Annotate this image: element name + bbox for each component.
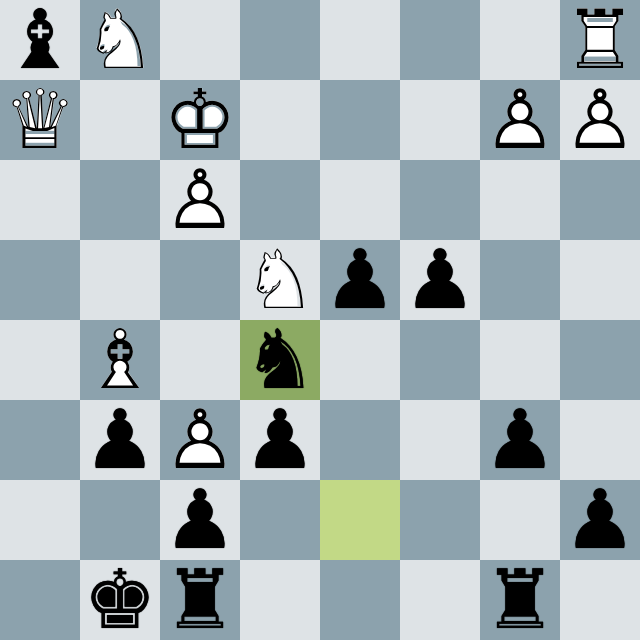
square-f1[interactable] xyxy=(160,0,240,80)
square-g8[interactable]: ♚︎ xyxy=(80,560,160,640)
square-g1[interactable]: ♞︎♘︎ xyxy=(80,0,160,80)
square-c5[interactable] xyxy=(400,320,480,400)
square-b4[interactable] xyxy=(480,240,560,320)
black-pawn-glyph: ♟︎ xyxy=(400,240,480,320)
square-g6[interactable]: ♟︎ xyxy=(80,400,160,480)
white-pawn-glyph-outline: ♙︎ xyxy=(160,160,240,240)
white-bishop-glyph-outline: ♗︎ xyxy=(80,320,160,400)
square-c3[interactable] xyxy=(400,160,480,240)
square-e6[interactable]: ♟︎ xyxy=(240,400,320,480)
square-b1[interactable] xyxy=(480,0,560,80)
square-d6[interactable] xyxy=(320,400,400,480)
square-h3[interactable] xyxy=(0,160,80,240)
black-bishop-glyph: ♝︎ xyxy=(0,0,80,80)
square-a1[interactable]: ♜︎♖︎ xyxy=(560,0,640,80)
square-d5[interactable] xyxy=(320,320,400,400)
square-b8[interactable]: ♜︎ xyxy=(480,560,560,640)
square-h1[interactable]: ♝︎ xyxy=(0,0,80,80)
square-f3[interactable]: ♟︎♙︎ xyxy=(160,160,240,240)
black-rook-glyph: ♜︎ xyxy=(160,560,240,640)
white-queen-glyph-outline: ♕︎ xyxy=(0,80,80,160)
white-pawn-glyph-outline: ♙︎ xyxy=(480,80,560,160)
white-pawn-glyph-outline: ♙︎ xyxy=(160,400,240,480)
white-pawn-piece: ♟︎♙︎ xyxy=(160,160,240,240)
square-e1[interactable] xyxy=(240,0,320,80)
square-b6[interactable]: ♟︎ xyxy=(480,400,560,480)
black-pawn-glyph: ♟︎ xyxy=(480,400,560,480)
square-d1[interactable] xyxy=(320,0,400,80)
black-pawn-piece: ♟︎ xyxy=(320,240,400,320)
square-e7[interactable] xyxy=(240,480,320,560)
square-d3[interactable] xyxy=(320,160,400,240)
square-c6[interactable] xyxy=(400,400,480,480)
square-a5[interactable] xyxy=(560,320,640,400)
square-e8[interactable] xyxy=(240,560,320,640)
square-c4[interactable]: ♟︎ xyxy=(400,240,480,320)
white-knight-piece: ♞︎♘︎ xyxy=(80,0,160,80)
black-pawn-glyph: ♟︎ xyxy=(320,240,400,320)
square-e2[interactable] xyxy=(240,80,320,160)
black-knight-piece: ♞︎ xyxy=(240,320,320,400)
square-h4[interactable] xyxy=(0,240,80,320)
square-h6[interactable] xyxy=(0,400,80,480)
black-pawn-piece: ♟︎ xyxy=(160,480,240,560)
square-f8[interactable]: ♜︎ xyxy=(160,560,240,640)
square-f5[interactable] xyxy=(160,320,240,400)
black-king-piece: ♚︎ xyxy=(80,560,160,640)
square-e4[interactable]: ♞︎♘︎ xyxy=(240,240,320,320)
square-f6[interactable]: ♟︎♙︎ xyxy=(160,400,240,480)
black-pawn-glyph: ♟︎ xyxy=(560,480,640,560)
black-pawn-piece: ♟︎ xyxy=(560,480,640,560)
black-king-glyph: ♚︎ xyxy=(80,560,160,640)
square-c8[interactable] xyxy=(400,560,480,640)
square-h7[interactable] xyxy=(0,480,80,560)
square-a3[interactable] xyxy=(560,160,640,240)
square-c2[interactable] xyxy=(400,80,480,160)
square-a2[interactable]: ♟︎♙︎ xyxy=(560,80,640,160)
chess-board: ♝︎♞︎♘︎♜︎♖︎♛︎♕︎♚︎♔︎♟︎♙︎♟︎♙︎♟︎♙︎♞︎♘︎♟︎♟︎♝︎… xyxy=(0,0,640,640)
black-rook-piece: ♜︎ xyxy=(160,560,240,640)
square-b7[interactable] xyxy=(480,480,560,560)
square-d8[interactable] xyxy=(320,560,400,640)
white-pawn-piece: ♟︎♙︎ xyxy=(480,80,560,160)
square-f7[interactable]: ♟︎ xyxy=(160,480,240,560)
black-pawn-piece: ♟︎ xyxy=(400,240,480,320)
white-knight-glyph-outline: ♘︎ xyxy=(240,240,320,320)
square-h5[interactable] xyxy=(0,320,80,400)
square-e5[interactable]: ♞︎ xyxy=(240,320,320,400)
square-d2[interactable] xyxy=(320,80,400,160)
black-rook-glyph: ♜︎ xyxy=(480,560,560,640)
white-rook-glyph-outline: ♖︎ xyxy=(560,0,640,80)
white-queen-piece: ♛︎♕︎ xyxy=(0,80,80,160)
square-g3[interactable] xyxy=(80,160,160,240)
white-rook-piece: ♜︎♖︎ xyxy=(560,0,640,80)
square-g5[interactable]: ♝︎♗︎ xyxy=(80,320,160,400)
square-e3[interactable] xyxy=(240,160,320,240)
square-a6[interactable] xyxy=(560,400,640,480)
white-knight-glyph-outline: ♘︎ xyxy=(80,0,160,80)
square-a8[interactable] xyxy=(560,560,640,640)
black-pawn-piece: ♟︎ xyxy=(80,400,160,480)
white-pawn-piece: ♟︎♙︎ xyxy=(560,80,640,160)
square-b3[interactable] xyxy=(480,160,560,240)
square-b2[interactable]: ♟︎♙︎ xyxy=(480,80,560,160)
square-b5[interactable] xyxy=(480,320,560,400)
black-pawn-glyph: ♟︎ xyxy=(160,480,240,560)
square-a4[interactable] xyxy=(560,240,640,320)
black-pawn-glyph: ♟︎ xyxy=(240,400,320,480)
black-pawn-piece: ♟︎ xyxy=(240,400,320,480)
white-king-piece: ♚︎♔︎ xyxy=(160,80,240,160)
black-bishop-piece: ♝︎ xyxy=(0,0,80,80)
square-c1[interactable] xyxy=(400,0,480,80)
white-pawn-piece: ♟︎♙︎ xyxy=(160,400,240,480)
square-a7[interactable]: ♟︎ xyxy=(560,480,640,560)
square-g7[interactable] xyxy=(80,480,160,560)
square-f2[interactable]: ♚︎♔︎ xyxy=(160,80,240,160)
white-pawn-glyph-outline: ♙︎ xyxy=(560,80,640,160)
square-g2[interactable] xyxy=(80,80,160,160)
black-rook-piece: ♜︎ xyxy=(480,560,560,640)
square-d7[interactable] xyxy=(320,480,400,560)
black-pawn-glyph: ♟︎ xyxy=(80,400,160,480)
square-c7[interactable] xyxy=(400,480,480,560)
square-h8[interactable] xyxy=(0,560,80,640)
square-f4[interactable] xyxy=(160,240,240,320)
white-king-glyph-outline: ♔︎ xyxy=(160,80,240,160)
square-h2[interactable]: ♛︎♕︎ xyxy=(0,80,80,160)
square-g4[interactable] xyxy=(80,240,160,320)
white-bishop-piece: ♝︎♗︎ xyxy=(80,320,160,400)
black-pawn-piece: ♟︎ xyxy=(480,400,560,480)
square-d4[interactable]: ♟︎ xyxy=(320,240,400,320)
white-knight-piece: ♞︎♘︎ xyxy=(240,240,320,320)
black-knight-glyph: ♞︎ xyxy=(240,320,320,400)
